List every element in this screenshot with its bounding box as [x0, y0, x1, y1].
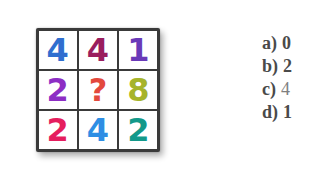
grid-cell-r3c3: 2	[119, 111, 157, 149]
grid-cell-r2c2-missing: ?	[79, 71, 117, 109]
puzzle-grid: 4 4 1 2 ? 8 2 4 2	[36, 28, 160, 152]
option-a-letter: a)	[262, 33, 277, 54]
option-c[interactable]: c) 4	[262, 78, 292, 101]
grid-cell-r1c1: 4	[39, 31, 77, 69]
grid-cell-r2c1: 2	[39, 71, 77, 109]
option-c-value: 4	[281, 79, 290, 100]
option-b[interactable]: b) 2	[262, 55, 292, 78]
grid-cell-r2c3: 8	[119, 71, 157, 109]
option-b-letter: b)	[262, 56, 278, 77]
grid-cell-r1c2: 4	[79, 31, 117, 69]
option-d-value: 1	[283, 102, 292, 123]
option-a-value: 0	[282, 33, 291, 54]
option-a[interactable]: a) 0	[262, 32, 292, 55]
grid-cell-r3c2: 4	[79, 111, 117, 149]
grid-cell-r3c1: 2	[39, 111, 77, 149]
option-d-letter: d)	[262, 102, 278, 123]
grid-cell-r1c3: 1	[119, 31, 157, 69]
option-b-value: 2	[283, 56, 292, 77]
answer-options: a) 0 b) 2 c) 4 d) 1	[262, 32, 292, 124]
option-c-letter: c)	[262, 79, 276, 100]
option-d[interactable]: d) 1	[262, 101, 292, 124]
